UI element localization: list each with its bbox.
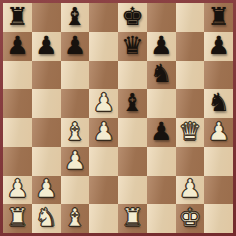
piece-white-pawn: ♟ xyxy=(6,176,28,201)
piece-black-rook: ♜ xyxy=(207,4,229,29)
piece-white-pawn: ♟ xyxy=(92,119,114,144)
square-b3[interactable] xyxy=(32,147,61,176)
square-a7[interactable]: ♟ xyxy=(3,32,32,61)
piece-black-pawn: ♟ xyxy=(207,33,229,58)
piece-black-king: ♚ xyxy=(121,4,143,29)
piece-black-rook: ♜ xyxy=(6,4,28,29)
square-e3[interactable] xyxy=(118,147,147,176)
square-d6[interactable] xyxy=(89,61,118,90)
piece-black-pawn: ♟ xyxy=(35,33,57,58)
square-e6[interactable] xyxy=(118,61,147,90)
square-d4[interactable]: ♟ xyxy=(89,118,118,147)
square-g5[interactable] xyxy=(176,89,205,118)
square-f4[interactable]: ♟ xyxy=(147,118,176,147)
square-e7[interactable]: ♛ xyxy=(118,32,147,61)
square-h4[interactable]: ♟ xyxy=(204,118,233,147)
square-b7[interactable]: ♟ xyxy=(32,32,61,61)
chess-board-frame: ♜♝♚♜♟♟♟♛♟♟♞♟♝♞♝♟♟♛♟♟♟♟♟♜♞♝♜♚ xyxy=(0,0,236,236)
square-f5[interactable] xyxy=(147,89,176,118)
square-f6[interactable]: ♞ xyxy=(147,61,176,90)
piece-white-king: ♚ xyxy=(179,205,201,230)
square-b1[interactable]: ♞ xyxy=(32,204,61,233)
piece-black-queen: ♛ xyxy=(121,33,143,58)
piece-white-bishop: ♝ xyxy=(64,205,86,230)
piece-white-rook: ♜ xyxy=(121,205,143,230)
square-c2[interactable] xyxy=(61,176,90,205)
square-d3[interactable] xyxy=(89,147,118,176)
square-d1[interactable] xyxy=(89,204,118,233)
piece-black-pawn: ♟ xyxy=(150,33,172,58)
square-g6[interactable] xyxy=(176,61,205,90)
square-h1[interactable] xyxy=(204,204,233,233)
chess-board: ♜♝♚♜♟♟♟♛♟♟♞♟♝♞♝♟♟♛♟♟♟♟♟♜♞♝♜♚ xyxy=(3,3,233,233)
square-a2[interactable]: ♟ xyxy=(3,176,32,205)
square-c1[interactable]: ♝ xyxy=(61,204,90,233)
square-d8[interactable] xyxy=(89,3,118,32)
square-g2[interactable]: ♟ xyxy=(176,176,205,205)
piece-white-pawn: ♟ xyxy=(35,176,57,201)
square-a6[interactable] xyxy=(3,61,32,90)
square-e1[interactable]: ♜ xyxy=(118,204,147,233)
square-f7[interactable]: ♟ xyxy=(147,32,176,61)
piece-black-pawn: ♟ xyxy=(150,119,172,144)
piece-black-bishop: ♝ xyxy=(64,4,86,29)
piece-black-pawn: ♟ xyxy=(6,33,28,58)
square-e5[interactable]: ♝ xyxy=(118,89,147,118)
square-g3[interactable] xyxy=(176,147,205,176)
piece-black-knight: ♞ xyxy=(150,61,172,86)
square-e2[interactable] xyxy=(118,176,147,205)
square-d7[interactable] xyxy=(89,32,118,61)
square-a5[interactable] xyxy=(3,89,32,118)
square-h6[interactable] xyxy=(204,61,233,90)
square-e8[interactable]: ♚ xyxy=(118,3,147,32)
piece-black-bishop: ♝ xyxy=(121,90,143,115)
piece-white-pawn: ♟ xyxy=(179,176,201,201)
square-a1[interactable]: ♜ xyxy=(3,204,32,233)
square-f3[interactable] xyxy=(147,147,176,176)
square-d5[interactable]: ♟ xyxy=(89,89,118,118)
square-g1[interactable]: ♚ xyxy=(176,204,205,233)
square-c8[interactable]: ♝ xyxy=(61,3,90,32)
square-f8[interactable] xyxy=(147,3,176,32)
square-g7[interactable] xyxy=(176,32,205,61)
square-f2[interactable] xyxy=(147,176,176,205)
square-b2[interactable]: ♟ xyxy=(32,176,61,205)
square-g8[interactable] xyxy=(176,3,205,32)
piece-white-pawn: ♟ xyxy=(92,90,114,115)
square-c3[interactable]: ♟ xyxy=(61,147,90,176)
square-c6[interactable] xyxy=(61,61,90,90)
piece-black-knight: ♞ xyxy=(207,90,229,115)
piece-white-rook: ♜ xyxy=(6,205,28,230)
piece-white-knight: ♞ xyxy=(35,205,57,230)
piece-white-pawn: ♟ xyxy=(64,148,86,173)
square-h5[interactable]: ♞ xyxy=(204,89,233,118)
piece-white-bishop: ♝ xyxy=(64,119,86,144)
piece-white-queen: ♛ xyxy=(179,119,201,144)
square-g4[interactable]: ♛ xyxy=(176,118,205,147)
square-h2[interactable] xyxy=(204,176,233,205)
square-e4[interactable] xyxy=(118,118,147,147)
square-a8[interactable]: ♜ xyxy=(3,3,32,32)
square-b8[interactable] xyxy=(32,3,61,32)
square-b5[interactable] xyxy=(32,89,61,118)
square-b6[interactable] xyxy=(32,61,61,90)
square-c4[interactable]: ♝ xyxy=(61,118,90,147)
square-a3[interactable] xyxy=(3,147,32,176)
piece-white-pawn: ♟ xyxy=(207,119,229,144)
square-b4[interactable] xyxy=(32,118,61,147)
square-a4[interactable] xyxy=(3,118,32,147)
square-f1[interactable] xyxy=(147,204,176,233)
square-h3[interactable] xyxy=(204,147,233,176)
square-c5[interactable] xyxy=(61,89,90,118)
square-d2[interactable] xyxy=(89,176,118,205)
square-h8[interactable]: ♜ xyxy=(204,3,233,32)
piece-black-pawn: ♟ xyxy=(64,33,86,58)
square-h7[interactable]: ♟ xyxy=(204,32,233,61)
square-c7[interactable]: ♟ xyxy=(61,32,90,61)
